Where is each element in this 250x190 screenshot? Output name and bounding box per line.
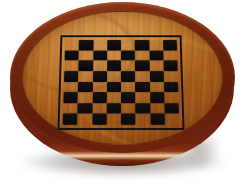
square-h4[interactable] <box>164 82 179 93</box>
square-d1[interactable] <box>106 114 121 125</box>
square-h8[interactable] <box>163 40 177 50</box>
square-d7[interactable] <box>107 50 121 60</box>
square-d5[interactable] <box>107 71 121 82</box>
square-e8[interactable] <box>121 40 135 50</box>
checkerboard-grid <box>63 40 180 125</box>
square-a1[interactable] <box>63 114 78 125</box>
square-c3[interactable] <box>92 92 106 103</box>
square-b4[interactable] <box>78 82 92 93</box>
square-h7[interactable] <box>163 50 177 60</box>
square-g4[interactable] <box>150 82 164 93</box>
square-d3[interactable] <box>107 92 121 103</box>
square-d8[interactable] <box>107 40 121 50</box>
square-a3[interactable] <box>63 92 78 103</box>
square-a6[interactable] <box>64 61 78 71</box>
square-b6[interactable] <box>78 61 92 71</box>
square-a4[interactable] <box>64 82 79 93</box>
square-g1[interactable] <box>150 114 165 125</box>
square-b2[interactable] <box>78 103 93 114</box>
square-c1[interactable] <box>92 114 107 125</box>
square-e5[interactable] <box>121 71 135 82</box>
square-d4[interactable] <box>107 82 121 93</box>
square-c6[interactable] <box>93 61 107 71</box>
square-h5[interactable] <box>164 71 178 82</box>
square-f8[interactable] <box>135 40 149 50</box>
square-f3[interactable] <box>135 92 149 103</box>
square-e7[interactable] <box>121 50 135 60</box>
square-b1[interactable] <box>77 114 92 125</box>
square-g8[interactable] <box>149 40 163 50</box>
square-g5[interactable] <box>149 71 163 82</box>
square-b5[interactable] <box>78 71 92 82</box>
square-h3[interactable] <box>164 92 179 103</box>
square-g6[interactable] <box>149 61 163 71</box>
square-a5[interactable] <box>64 71 78 82</box>
square-g7[interactable] <box>149 50 163 60</box>
square-b8[interactable] <box>79 40 93 50</box>
square-b3[interactable] <box>78 92 93 103</box>
square-f7[interactable] <box>135 50 149 60</box>
square-e4[interactable] <box>121 82 135 93</box>
square-f6[interactable] <box>135 61 149 71</box>
square-c2[interactable] <box>92 103 107 114</box>
square-g3[interactable] <box>150 92 165 103</box>
square-a2[interactable] <box>63 103 78 114</box>
square-h2[interactable] <box>164 103 179 114</box>
square-c4[interactable] <box>92 82 106 93</box>
square-c5[interactable] <box>93 71 107 82</box>
square-c8[interactable] <box>93 40 107 50</box>
square-e3[interactable] <box>121 92 135 103</box>
square-d6[interactable] <box>107 61 121 71</box>
square-a7[interactable] <box>65 50 79 60</box>
square-f5[interactable] <box>135 71 149 82</box>
square-f1[interactable] <box>135 114 150 125</box>
square-b7[interactable] <box>79 50 93 60</box>
square-e2[interactable] <box>121 103 135 114</box>
square-h6[interactable] <box>163 61 177 71</box>
checkerboard <box>57 35 184 130</box>
square-e6[interactable] <box>121 61 135 71</box>
square-f4[interactable] <box>135 82 149 93</box>
square-g2[interactable] <box>150 103 165 114</box>
square-e1[interactable] <box>121 114 136 125</box>
square-c7[interactable] <box>93 50 107 60</box>
board-frame <box>57 35 184 130</box>
square-d2[interactable] <box>107 103 121 114</box>
product-photo-scene <box>0 0 250 190</box>
square-h1[interactable] <box>164 114 179 125</box>
square-f2[interactable] <box>135 103 150 114</box>
square-a8[interactable] <box>65 40 79 50</box>
